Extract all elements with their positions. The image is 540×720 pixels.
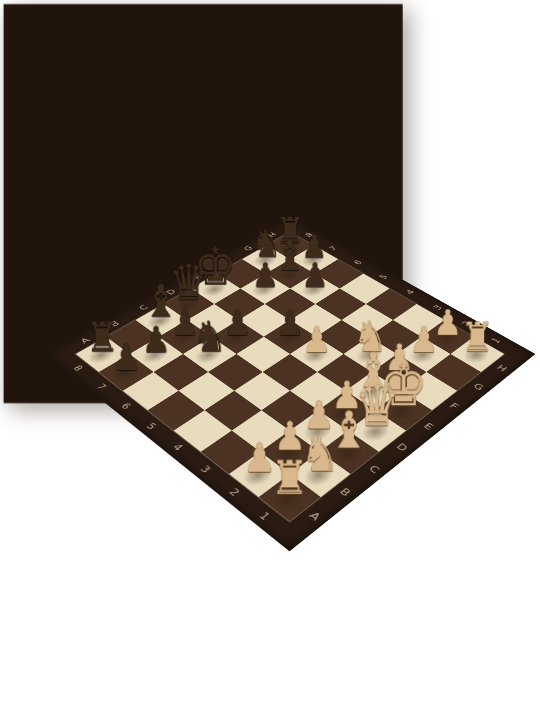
- white-rook-glyph: ♜: [461, 317, 495, 358]
- black-pawn-glyph: ♟: [141, 322, 171, 358]
- rank-label-left-6: 6: [118, 401, 133, 411]
- file-label-bottom-A: A: [306, 510, 323, 523]
- file-label-bottom-B: B: [337, 486, 354, 499]
- black-pawn-glyph: ♟: [111, 339, 141, 375]
- rank-label-left-2: 2: [226, 486, 243, 498]
- rank-label-right-4: 4: [403, 288, 417, 296]
- rank-label-left-4: 4: [170, 442, 186, 453]
- file-label-bottom-D: D: [394, 441, 411, 453]
- white-rook-glyph: ♜: [270, 455, 309, 502]
- product-photo-stage: AABBCCDDEEFFGGHH1122334455667788 ♜♞♟♝♚♟♟…: [0, 0, 540, 720]
- black-knight-glyph: ♞: [192, 315, 227, 357]
- rank-label-right-7: 7: [326, 245, 339, 252]
- black-pawn-glyph: ♟: [301, 259, 328, 292]
- file-label-bottom-H: H: [494, 363, 509, 373]
- white-pawn-glyph: ♟: [302, 322, 331, 358]
- board-scene: AABBCCDDEEFFGGHH1122334455667788 ♜♞♟♝♚♟♟…: [0, 0, 540, 720]
- rank-label-left-1: 1: [256, 510, 273, 523]
- rank-label-left-3: 3: [197, 463, 213, 475]
- rank-label-right-6: 6: [351, 258, 364, 266]
- rank-label-right-5: 5: [376, 273, 389, 281]
- black-pawn-glyph: ♟: [276, 305, 305, 340]
- file-label-bottom-E: E: [421, 421, 436, 432]
- file-label-bottom-G: G: [471, 381, 486, 392]
- rank-label-left-5: 5: [143, 421, 159, 432]
- black-pawn-glyph: ♟: [223, 305, 252, 340]
- black-pawn-glyph: ♟: [252, 259, 279, 292]
- file-label-bottom-C: C: [366, 463, 382, 475]
- file-label-bottom-F: F: [447, 401, 461, 411]
- rank-label-left-7: 7: [94, 382, 109, 392]
- rank-label-left-8: 8: [71, 363, 86, 373]
